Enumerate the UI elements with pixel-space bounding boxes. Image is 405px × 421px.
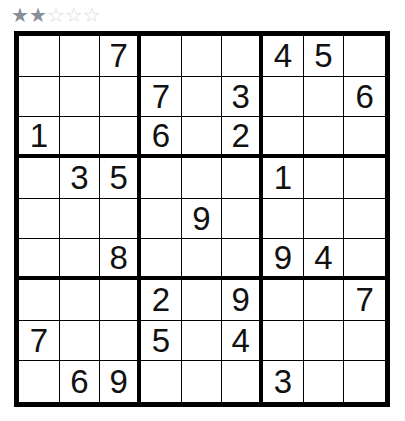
cell-r6c9[interactable] [344, 239, 385, 280]
cell-r8c7[interactable] [263, 321, 304, 362]
cell-r9c8[interactable] [304, 361, 345, 402]
cell-r9c2[interactable]: 6 [60, 361, 101, 402]
cell-r8c2[interactable] [60, 321, 101, 362]
cell-r5c5[interactable]: 9 [182, 199, 223, 240]
cell-r8c3[interactable] [100, 321, 141, 362]
cell-r8c5[interactable] [182, 321, 223, 362]
cell-r1c2[interactable] [60, 36, 101, 77]
cell-r1c9[interactable] [344, 36, 385, 77]
cell-r2c6[interactable]: 3 [222, 77, 263, 118]
cell-r2c8[interactable] [304, 77, 345, 118]
cell-r8c6[interactable]: 4 [222, 321, 263, 362]
cell-r7c1[interactable] [19, 280, 60, 321]
cell-r2c9[interactable]: 6 [344, 77, 385, 118]
star-icon-empty: ☆ [65, 5, 83, 25]
cell-r3c4[interactable]: 6 [141, 117, 182, 158]
cell-r4c4[interactable] [141, 158, 182, 199]
sudoku-board: 7457361623519894297754693 [14, 31, 390, 407]
cell-r3c2[interactable] [60, 117, 101, 158]
cell-r8c8[interactable] [304, 321, 345, 362]
cell-r3c6[interactable]: 2 [222, 117, 263, 158]
cell-r1c1[interactable] [19, 36, 60, 77]
cell-r2c2[interactable] [60, 77, 101, 118]
cell-r3c5[interactable] [182, 117, 223, 158]
star-icon-filled: ★ [29, 5, 47, 25]
cell-r6c2[interactable] [60, 239, 101, 280]
cell-r4c3[interactable]: 5 [100, 158, 141, 199]
cell-r1c3[interactable]: 7 [100, 36, 141, 77]
cell-r6c3[interactable]: 8 [100, 239, 141, 280]
cell-r8c1[interactable]: 7 [19, 321, 60, 362]
cell-r2c4[interactable]: 7 [141, 77, 182, 118]
cell-r7c6[interactable]: 9 [222, 280, 263, 321]
cell-r7c4[interactable]: 2 [141, 280, 182, 321]
cell-r2c7[interactable] [263, 77, 304, 118]
cell-r5c3[interactable] [100, 199, 141, 240]
cell-r4c6[interactable] [222, 158, 263, 199]
cell-r3c8[interactable] [304, 117, 345, 158]
cell-r6c8[interactable]: 4 [304, 239, 345, 280]
cell-r7c8[interactable] [304, 280, 345, 321]
cell-r8c4[interactable]: 5 [141, 321, 182, 362]
cell-r9c1[interactable] [19, 361, 60, 402]
cell-r6c1[interactable] [19, 239, 60, 280]
cell-r1c8[interactable]: 5 [304, 36, 345, 77]
cell-r8c9[interactable] [344, 321, 385, 362]
cell-r2c1[interactable] [19, 77, 60, 118]
cell-r4c8[interactable] [304, 158, 345, 199]
cell-r9c6[interactable] [222, 361, 263, 402]
cell-r1c6[interactable] [222, 36, 263, 77]
cell-r5c4[interactable] [141, 199, 182, 240]
cell-r2c5[interactable] [182, 77, 223, 118]
cell-r5c2[interactable] [60, 199, 101, 240]
cell-r1c7[interactable]: 4 [263, 36, 304, 77]
cell-r6c7[interactable]: 9 [263, 239, 304, 280]
cell-r6c4[interactable] [141, 239, 182, 280]
cell-r4c7[interactable]: 1 [263, 158, 304, 199]
cell-r4c1[interactable] [19, 158, 60, 199]
cell-r1c5[interactable] [182, 36, 223, 77]
cell-r9c5[interactable] [182, 361, 223, 402]
cell-r3c1[interactable]: 1 [19, 117, 60, 158]
cell-r2c3[interactable] [100, 77, 141, 118]
cell-r7c7[interactable] [263, 280, 304, 321]
cell-r1c4[interactable] [141, 36, 182, 77]
star-icon-filled: ★ [11, 5, 29, 25]
cell-r7c5[interactable] [182, 280, 223, 321]
cell-r4c2[interactable]: 3 [60, 158, 101, 199]
cell-r9c7[interactable]: 3 [263, 361, 304, 402]
cell-r5c7[interactable] [263, 199, 304, 240]
difficulty-rating: ★★☆☆☆ [11, 5, 101, 25]
cell-r6c6[interactable] [222, 239, 263, 280]
star-icon-empty: ☆ [83, 5, 101, 25]
cell-r4c5[interactable] [182, 158, 223, 199]
cell-r5c6[interactable] [222, 199, 263, 240]
cell-r3c7[interactable] [263, 117, 304, 158]
cell-r4c9[interactable] [344, 158, 385, 199]
cell-r3c3[interactable] [100, 117, 141, 158]
cell-r5c8[interactable] [304, 199, 345, 240]
cell-r7c3[interactable] [100, 280, 141, 321]
cell-r6c5[interactable] [182, 239, 223, 280]
cell-r9c3[interactable]: 9 [100, 361, 141, 402]
cell-r5c9[interactable] [344, 199, 385, 240]
cell-r5c1[interactable] [19, 199, 60, 240]
cell-r7c2[interactable] [60, 280, 101, 321]
cell-r7c9[interactable]: 7 [344, 280, 385, 321]
star-icon-empty: ☆ [47, 5, 65, 25]
cell-r3c9[interactable] [344, 117, 385, 158]
cell-r9c4[interactable] [141, 361, 182, 402]
cell-r9c9[interactable] [344, 361, 385, 402]
